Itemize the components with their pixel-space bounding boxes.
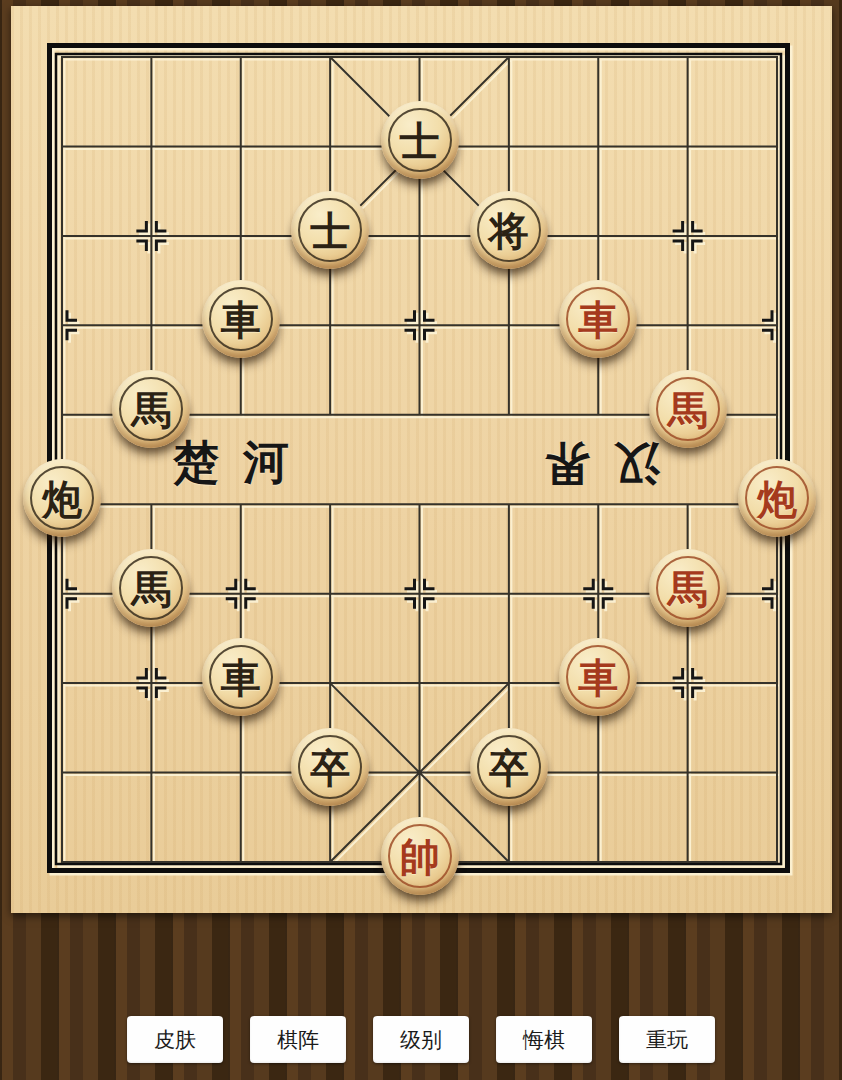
undo-button[interactable]: 悔棋 [496,1016,592,1063]
piece-black-chariot[interactable]: 車 [202,638,280,716]
piece-glyph: 車 [221,300,261,340]
piece-red-horse[interactable]: 馬 [649,549,727,627]
piece-black-advisor[interactable]: 士 [381,101,459,179]
piece-glyph: 馬 [131,390,171,430]
piece-red-horse[interactable]: 馬 [649,370,727,448]
piece-black-soldier[interactable]: 卒 [291,728,369,806]
formation-button[interactable]: 棋阵 [250,1016,346,1063]
piece-glyph: 車 [221,658,261,698]
piece-black-advisor[interactable]: 士 [291,191,369,269]
piece-glyph: 士 [310,211,350,251]
piece-black-horse[interactable]: 馬 [112,549,190,627]
piece-black-general[interactable]: 将 [470,191,548,269]
piece-red-chariot[interactable]: 車 [559,638,637,716]
xiangqi-app: { "game": "xiangqi", "position": { "fen"… [0,0,842,1080]
piece-glyph: 卒 [489,748,529,788]
piece-black-cannon[interactable]: 炮 [23,459,101,537]
river-label-left: 楚河 [173,432,313,494]
skin-button[interactable]: 皮肤 [127,1016,223,1063]
piece-black-chariot[interactable]: 車 [202,280,280,358]
piece-red-cannon[interactable]: 炮 [738,459,816,537]
piece-glyph: 車 [578,658,618,698]
level-button[interactable]: 级别 [373,1016,469,1063]
piece-glyph: 炮 [757,479,797,519]
piece-glyph: 馬 [131,569,171,609]
piece-glyph: 将 [489,211,529,251]
toolbar: 皮肤 棋阵 级别 悔棋 重玩 [0,1016,842,1063]
piece-glyph: 卒 [310,748,350,788]
piece-red-general[interactable]: 帥 [381,817,459,895]
piece-glyph: 帥 [400,837,440,877]
piece-black-horse[interactable]: 馬 [112,370,190,448]
piece-glyph: 馬 [668,390,708,430]
piece-black-soldier[interactable]: 卒 [470,728,548,806]
piece-glyph: 炮 [42,479,82,519]
piece-glyph: 士 [400,121,440,161]
piece-glyph: 馬 [668,569,708,609]
piece-glyph: 車 [578,300,618,340]
replay-button[interactable]: 重玩 [619,1016,715,1063]
river-label-right: 汉界 [520,432,660,494]
